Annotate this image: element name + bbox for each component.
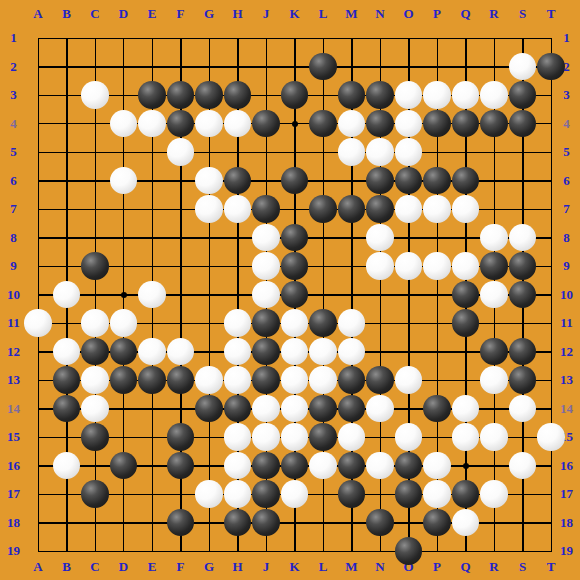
intersection-l16[interactable]: [309, 451, 338, 480]
intersection-q14[interactable]: [451, 394, 480, 423]
intersection-l15[interactable]: [309, 423, 338, 452]
intersection-h16[interactable]: [223, 451, 252, 480]
intersection-p11[interactable]: [423, 309, 452, 338]
intersection-m16[interactable]: [337, 451, 366, 480]
intersection-l6[interactable]: [309, 166, 338, 195]
intersection-d16[interactable]: [109, 451, 138, 480]
intersection-l18[interactable]: [309, 508, 338, 537]
intersection-s2[interactable]: [508, 52, 537, 81]
intersection-r11[interactable]: [480, 309, 509, 338]
intersection-d13[interactable]: [109, 366, 138, 395]
intersection-k11[interactable]: [280, 309, 309, 338]
intersection-r2[interactable]: [480, 52, 509, 81]
intersection-c16[interactable]: [81, 451, 110, 480]
intersection-s3[interactable]: [508, 81, 537, 110]
intersection-p3[interactable]: [423, 81, 452, 110]
intersection-a3[interactable]: [24, 81, 53, 110]
intersection-m1[interactable]: [337, 24, 366, 53]
intersection-o3[interactable]: [394, 81, 423, 110]
intersection-o14[interactable]: [394, 394, 423, 423]
intersection-r16[interactable]: [480, 451, 509, 480]
intersection-g2[interactable]: [195, 52, 224, 81]
intersection-n4[interactable]: [366, 109, 395, 138]
intersection-o6[interactable]: [394, 166, 423, 195]
intersection-q7[interactable]: [451, 195, 480, 224]
intersection-k3[interactable]: [280, 81, 309, 110]
intersection-j18[interactable]: [252, 508, 281, 537]
intersection-t2[interactable]: [537, 52, 566, 81]
intersection-g1[interactable]: [195, 24, 224, 53]
intersection-o2[interactable]: [394, 52, 423, 81]
intersection-l11[interactable]: [309, 309, 338, 338]
intersection-k18[interactable]: [280, 508, 309, 537]
intersection-c14[interactable]: [81, 394, 110, 423]
intersection-h10[interactable]: [223, 280, 252, 309]
intersection-l8[interactable]: [309, 223, 338, 252]
intersection-n3[interactable]: [366, 81, 395, 110]
intersection-s15[interactable]: [508, 423, 537, 452]
intersection-f2[interactable]: [166, 52, 195, 81]
intersection-g3[interactable]: [195, 81, 224, 110]
intersection-h12[interactable]: [223, 337, 252, 366]
intersection-a12[interactable]: [24, 337, 53, 366]
intersection-c3[interactable]: [81, 81, 110, 110]
intersection-h18[interactable]: [223, 508, 252, 537]
intersection-h17[interactable]: [223, 480, 252, 509]
intersection-d4[interactable]: [109, 109, 138, 138]
intersection-q12[interactable]: [451, 337, 480, 366]
intersection-h2[interactable]: [223, 52, 252, 81]
intersection-s14[interactable]: [508, 394, 537, 423]
intersection-f13[interactable]: [166, 366, 195, 395]
intersection-e14[interactable]: [138, 394, 167, 423]
intersection-f7[interactable]: [166, 195, 195, 224]
intersection-a10[interactable]: [24, 280, 53, 309]
intersection-s7[interactable]: [508, 195, 537, 224]
intersection-g5[interactable]: [195, 138, 224, 167]
intersection-l9[interactable]: [309, 252, 338, 281]
intersection-l3[interactable]: [309, 81, 338, 110]
intersection-e17[interactable]: [138, 480, 167, 509]
intersection-b3[interactable]: [52, 81, 81, 110]
intersection-r12[interactable]: [480, 337, 509, 366]
intersection-o9[interactable]: [394, 252, 423, 281]
intersection-r14[interactable]: [480, 394, 509, 423]
intersection-e5[interactable]: [138, 138, 167, 167]
intersection-r6[interactable]: [480, 166, 509, 195]
intersection-b11[interactable]: [52, 309, 81, 338]
intersection-n14[interactable]: [366, 394, 395, 423]
intersection-c7[interactable]: [81, 195, 110, 224]
intersection-a18[interactable]: [24, 508, 53, 537]
intersection-r18[interactable]: [480, 508, 509, 537]
intersection-f12[interactable]: [166, 337, 195, 366]
intersection-c2[interactable]: [81, 52, 110, 81]
intersection-n11[interactable]: [366, 309, 395, 338]
intersection-f9[interactable]: [166, 252, 195, 281]
intersection-d11[interactable]: [109, 309, 138, 338]
intersection-m12[interactable]: [337, 337, 366, 366]
intersection-k1[interactable]: [280, 24, 309, 53]
intersection-t7[interactable]: [537, 195, 566, 224]
intersection-j5[interactable]: [252, 138, 281, 167]
intersection-k9[interactable]: [280, 252, 309, 281]
intersection-h1[interactable]: [223, 24, 252, 53]
intersection-c5[interactable]: [81, 138, 110, 167]
intersection-c12[interactable]: [81, 337, 110, 366]
intersection-n8[interactable]: [366, 223, 395, 252]
intersection-j7[interactable]: [252, 195, 281, 224]
intersection-g7[interactable]: [195, 195, 224, 224]
intersection-s12[interactable]: [508, 337, 537, 366]
intersection-g12[interactable]: [195, 337, 224, 366]
intersection-n6[interactable]: [366, 166, 395, 195]
intersection-r5[interactable]: [480, 138, 509, 167]
intersection-g6[interactable]: [195, 166, 224, 195]
intersection-c15[interactable]: [81, 423, 110, 452]
intersection-l4[interactable]: [309, 109, 338, 138]
intersection-h6[interactable]: [223, 166, 252, 195]
intersection-p2[interactable]: [423, 52, 452, 81]
intersection-f18[interactable]: [166, 508, 195, 537]
intersection-o12[interactable]: [394, 337, 423, 366]
intersection-p7[interactable]: [423, 195, 452, 224]
intersection-n12[interactable]: [366, 337, 395, 366]
intersection-k5[interactable]: [280, 138, 309, 167]
intersection-a14[interactable]: [24, 394, 53, 423]
intersection-m7[interactable]: [337, 195, 366, 224]
intersection-m17[interactable]: [337, 480, 366, 509]
intersection-m8[interactable]: [337, 223, 366, 252]
intersection-g8[interactable]: [195, 223, 224, 252]
intersection-e2[interactable]: [138, 52, 167, 81]
intersection-j15[interactable]: [252, 423, 281, 452]
intersection-o17[interactable]: [394, 480, 423, 509]
intersection-b13[interactable]: [52, 366, 81, 395]
intersection-a2[interactable]: [24, 52, 53, 81]
intersection-g14[interactable]: [195, 394, 224, 423]
intersection-s11[interactable]: [508, 309, 537, 338]
intersection-h9[interactable]: [223, 252, 252, 281]
intersection-a15[interactable]: [24, 423, 53, 452]
intersection-q4[interactable]: [451, 109, 480, 138]
intersection-k15[interactable]: [280, 423, 309, 452]
intersection-b12[interactable]: [52, 337, 81, 366]
intersection-m2[interactable]: [337, 52, 366, 81]
intersection-r15[interactable]: [480, 423, 509, 452]
intersection-a13[interactable]: [24, 366, 53, 395]
intersection-p12[interactable]: [423, 337, 452, 366]
intersection-c17[interactable]: [81, 480, 110, 509]
intersection-a9[interactable]: [24, 252, 53, 281]
intersection-a17[interactable]: [24, 480, 53, 509]
intersection-e4[interactable]: [138, 109, 167, 138]
intersection-q17[interactable]: [451, 480, 480, 509]
intersection-t4[interactable]: [537, 109, 566, 138]
intersection-b2[interactable]: [52, 52, 81, 81]
intersection-q2[interactable]: [451, 52, 480, 81]
intersection-t5[interactable]: [537, 138, 566, 167]
intersection-c13[interactable]: [81, 366, 110, 395]
intersection-g16[interactable]: [195, 451, 224, 480]
intersection-d15[interactable]: [109, 423, 138, 452]
intersection-f17[interactable]: [166, 480, 195, 509]
intersection-a6[interactable]: [24, 166, 53, 195]
intersection-c8[interactable]: [81, 223, 110, 252]
intersection-c18[interactable]: [81, 508, 110, 537]
intersection-h5[interactable]: [223, 138, 252, 167]
intersection-j14[interactable]: [252, 394, 281, 423]
intersection-o18[interactable]: [394, 508, 423, 537]
intersection-b9[interactable]: [52, 252, 81, 281]
intersection-l1[interactable]: [309, 24, 338, 53]
intersection-f1[interactable]: [166, 24, 195, 53]
intersection-n16[interactable]: [366, 451, 395, 480]
intersection-s18[interactable]: [508, 508, 537, 537]
intersection-k12[interactable]: [280, 337, 309, 366]
intersection-d9[interactable]: [109, 252, 138, 281]
intersection-d3[interactable]: [109, 81, 138, 110]
intersection-r1[interactable]: [480, 24, 509, 53]
intersection-a7[interactable]: [24, 195, 53, 224]
intersection-j9[interactable]: [252, 252, 281, 281]
intersection-c10[interactable]: [81, 280, 110, 309]
intersection-a5[interactable]: [24, 138, 53, 167]
intersection-f5[interactable]: [166, 138, 195, 167]
intersection-e16[interactable]: [138, 451, 167, 480]
intersection-j2[interactable]: [252, 52, 281, 81]
intersection-h14[interactable]: [223, 394, 252, 423]
intersection-f4[interactable]: [166, 109, 195, 138]
intersection-h13[interactable]: [223, 366, 252, 395]
intersection-r7[interactable]: [480, 195, 509, 224]
intersection-h4[interactable]: [223, 109, 252, 138]
intersection-d18[interactable]: [109, 508, 138, 537]
intersection-c11[interactable]: [81, 309, 110, 338]
intersection-p17[interactable]: [423, 480, 452, 509]
intersection-b18[interactable]: [52, 508, 81, 537]
intersection-n18[interactable]: [366, 508, 395, 537]
intersection-m9[interactable]: [337, 252, 366, 281]
intersection-n7[interactable]: [366, 195, 395, 224]
intersection-g18[interactable]: [195, 508, 224, 537]
intersection-o13[interactable]: [394, 366, 423, 395]
intersection-o8[interactable]: [394, 223, 423, 252]
intersection-e9[interactable]: [138, 252, 167, 281]
intersection-q15[interactable]: [451, 423, 480, 452]
intersection-b8[interactable]: [52, 223, 81, 252]
intersection-o5[interactable]: [394, 138, 423, 167]
intersection-s8[interactable]: [508, 223, 537, 252]
intersection-n10[interactable]: [366, 280, 395, 309]
intersection-s6[interactable]: [508, 166, 537, 195]
intersection-l10[interactable]: [309, 280, 338, 309]
intersection-o19[interactable]: [394, 537, 423, 566]
intersection-o10[interactable]: [394, 280, 423, 309]
intersection-g11[interactable]: [195, 309, 224, 338]
intersection-d7[interactable]: [109, 195, 138, 224]
intersection-s16[interactable]: [508, 451, 537, 480]
intersection-c9[interactable]: [81, 252, 110, 281]
intersection-s9[interactable]: [508, 252, 537, 281]
intersection-m15[interactable]: [337, 423, 366, 452]
intersection-e7[interactable]: [138, 195, 167, 224]
intersection-h8[interactable]: [223, 223, 252, 252]
intersection-p16[interactable]: [423, 451, 452, 480]
intersection-h3[interactable]: [223, 81, 252, 110]
intersection-s4[interactable]: [508, 109, 537, 138]
intersection-f16[interactable]: [166, 451, 195, 480]
intersection-k6[interactable]: [280, 166, 309, 195]
intersection-r4[interactable]: [480, 109, 509, 138]
intersection-p8[interactable]: [423, 223, 452, 252]
intersection-p1[interactable]: [423, 24, 452, 53]
intersection-g4[interactable]: [195, 109, 224, 138]
intersection-f15[interactable]: [166, 423, 195, 452]
intersection-h11[interactable]: [223, 309, 252, 338]
intersection-a16[interactable]: [24, 451, 53, 480]
intersection-r8[interactable]: [480, 223, 509, 252]
intersection-q13[interactable]: [451, 366, 480, 395]
intersection-o15[interactable]: [394, 423, 423, 452]
intersection-p6[interactable]: [423, 166, 452, 195]
intersection-g17[interactable]: [195, 480, 224, 509]
intersection-q9[interactable]: [451, 252, 480, 281]
intersection-p10[interactable]: [423, 280, 452, 309]
intersection-l5[interactable]: [309, 138, 338, 167]
intersection-m11[interactable]: [337, 309, 366, 338]
intersection-j8[interactable]: [252, 223, 281, 252]
intersection-b16[interactable]: [52, 451, 81, 480]
intersection-t9[interactable]: [537, 252, 566, 281]
intersection-o4[interactable]: [394, 109, 423, 138]
intersection-j4[interactable]: [252, 109, 281, 138]
intersection-e10[interactable]: [138, 280, 167, 309]
intersection-b5[interactable]: [52, 138, 81, 167]
intersection-s5[interactable]: [508, 138, 537, 167]
intersection-k16[interactable]: [280, 451, 309, 480]
intersection-j10[interactable]: [252, 280, 281, 309]
intersection-m18[interactable]: [337, 508, 366, 537]
intersection-o7[interactable]: [394, 195, 423, 224]
intersection-k2[interactable]: [280, 52, 309, 81]
intersection-j16[interactable]: [252, 451, 281, 480]
intersection-f14[interactable]: [166, 394, 195, 423]
intersection-r3[interactable]: [480, 81, 509, 110]
intersection-s13[interactable]: [508, 366, 537, 395]
intersection-f10[interactable]: [166, 280, 195, 309]
intersection-r9[interactable]: [480, 252, 509, 281]
intersection-k7[interactable]: [280, 195, 309, 224]
intersection-a8[interactable]: [24, 223, 53, 252]
intersection-j17[interactable]: [252, 480, 281, 509]
intersection-l7[interactable]: [309, 195, 338, 224]
intersection-c1[interactable]: [81, 24, 110, 53]
intersection-n2[interactable]: [366, 52, 395, 81]
intersection-q1[interactable]: [451, 24, 480, 53]
intersection-d6[interactable]: [109, 166, 138, 195]
intersection-d8[interactable]: [109, 223, 138, 252]
intersection-e18[interactable]: [138, 508, 167, 537]
intersection-p4[interactable]: [423, 109, 452, 138]
intersection-m10[interactable]: [337, 280, 366, 309]
intersection-g15[interactable]: [195, 423, 224, 452]
intersection-q6[interactable]: [451, 166, 480, 195]
intersection-e11[interactable]: [138, 309, 167, 338]
intersection-p9[interactable]: [423, 252, 452, 281]
intersection-m14[interactable]: [337, 394, 366, 423]
intersection-n17[interactable]: [366, 480, 395, 509]
intersection-m6[interactable]: [337, 166, 366, 195]
intersection-e6[interactable]: [138, 166, 167, 195]
intersection-d2[interactable]: [109, 52, 138, 81]
intersection-e1[interactable]: [138, 24, 167, 53]
intersection-s10[interactable]: [508, 280, 537, 309]
intersection-q11[interactable]: [451, 309, 480, 338]
intersection-k8[interactable]: [280, 223, 309, 252]
intersection-o16[interactable]: [394, 451, 423, 480]
intersection-b14[interactable]: [52, 394, 81, 423]
intersection-b4[interactable]: [52, 109, 81, 138]
intersection-d1[interactable]: [109, 24, 138, 53]
intersection-b1[interactable]: [52, 24, 81, 53]
intersection-l13[interactable]: [309, 366, 338, 395]
intersection-d14[interactable]: [109, 394, 138, 423]
intersection-e12[interactable]: [138, 337, 167, 366]
intersection-p14[interactable]: [423, 394, 452, 423]
intersection-c6[interactable]: [81, 166, 110, 195]
intersection-o1[interactable]: [394, 24, 423, 53]
intersection-t6[interactable]: [537, 166, 566, 195]
intersection-k17[interactable]: [280, 480, 309, 509]
intersection-j12[interactable]: [252, 337, 281, 366]
intersection-b10[interactable]: [52, 280, 81, 309]
intersection-e3[interactable]: [138, 81, 167, 110]
intersection-s1[interactable]: [508, 24, 537, 53]
intersection-b17[interactable]: [52, 480, 81, 509]
intersection-p18[interactable]: [423, 508, 452, 537]
intersection-e8[interactable]: [138, 223, 167, 252]
intersection-p15[interactable]: [423, 423, 452, 452]
intersection-k13[interactable]: [280, 366, 309, 395]
intersection-s17[interactable]: [508, 480, 537, 509]
intersection-h15[interactable]: [223, 423, 252, 452]
intersection-m3[interactable]: [337, 81, 366, 110]
intersection-j13[interactable]: [252, 366, 281, 395]
intersection-l12[interactable]: [309, 337, 338, 366]
intersection-q3[interactable]: [451, 81, 480, 110]
intersection-o11[interactable]: [394, 309, 423, 338]
intersection-a11[interactable]: [24, 309, 53, 338]
intersection-m13[interactable]: [337, 366, 366, 395]
intersection-l17[interactable]: [309, 480, 338, 509]
intersection-n13[interactable]: [366, 366, 395, 395]
intersection-p13[interactable]: [423, 366, 452, 395]
intersection-d12[interactable]: [109, 337, 138, 366]
intersection-a1[interactable]: [24, 24, 53, 53]
intersection-j11[interactable]: [252, 309, 281, 338]
intersection-r10[interactable]: [480, 280, 509, 309]
intersection-d17[interactable]: [109, 480, 138, 509]
intersection-q5[interactable]: [451, 138, 480, 167]
intersection-j3[interactable]: [252, 81, 281, 110]
intersection-n1[interactable]: [366, 24, 395, 53]
intersection-t15[interactable]: [537, 423, 566, 452]
intersection-h7[interactable]: [223, 195, 252, 224]
intersection-k10[interactable]: [280, 280, 309, 309]
intersection-l14[interactable]: [309, 394, 338, 423]
intersection-q10[interactable]: [451, 280, 480, 309]
